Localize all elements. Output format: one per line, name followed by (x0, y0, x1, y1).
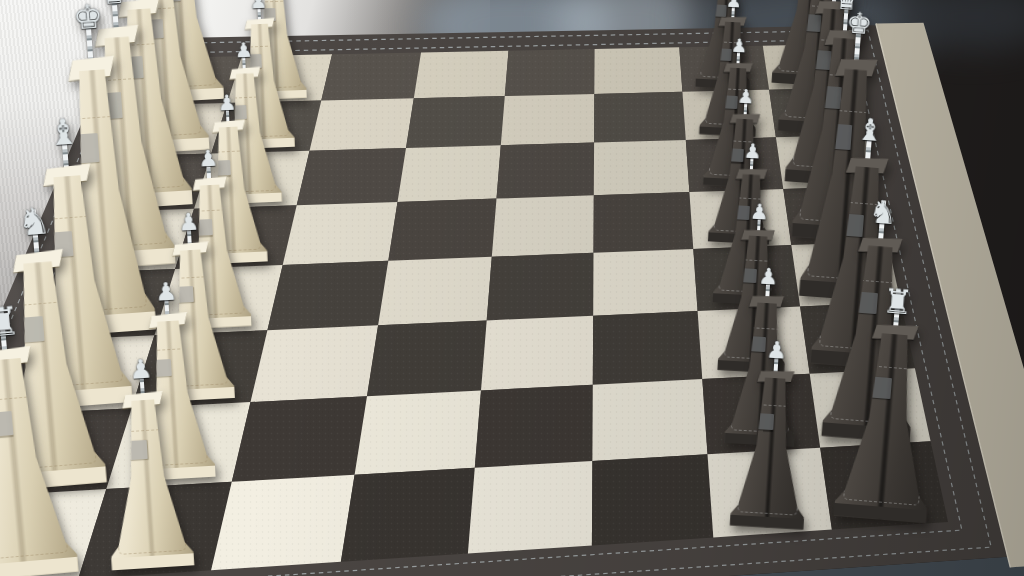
pawn-finial-icon: ♟ (708, 34, 771, 58)
knight-finial-icon: ♞ (0, 196, 90, 248)
king-finial-icon: ♚ (816, 4, 903, 44)
rook-finial-icon: ♜ (847, 279, 948, 326)
rook-finial-icon: ♜ (0, 294, 62, 349)
pawn-finial-icon: ♟ (730, 262, 805, 292)
pawn-finial-icon: ♟ (718, 137, 787, 165)
leather-wedge-body (99, 398, 197, 571)
bishop-finial-icon: ♝ (10, 109, 116, 157)
pawn-finial-icon: ♟ (737, 334, 816, 366)
pawn-finial-icon: ♟ (191, 88, 263, 116)
pawn-finial-icon: ♟ (713, 83, 779, 109)
pawn-finial-icon: ♟ (226, 0, 291, 14)
pawn-finial-icon: ♟ (724, 197, 796, 226)
suede-tag (865, 376, 892, 398)
leather-wedge-body (831, 330, 944, 524)
wedge-stitching (111, 428, 187, 555)
suede-tag (753, 412, 774, 430)
knight-finial-icon: ♞ (835, 189, 931, 233)
piece-black-pawn-h7[interactable]: ♟ (728, 338, 817, 530)
leather-wedge-body (728, 375, 815, 529)
photo-stage: ♜♞♝♛♚♝♞♜♟♟♟♟♟♟♟♟♟♟♟♟♟♟♟♟♜♞♝♛♚♝♞♜ (0, 0, 1024, 576)
pawn-finial-icon: ♟ (124, 275, 208, 309)
pawn-finial-icon: ♟ (96, 351, 185, 386)
pawn-finial-icon: ♟ (171, 144, 246, 174)
piece-white-pawn-h2[interactable]: ♟ (97, 356, 197, 571)
pieces-layer: ♜♞♝♛♚♝♞♜♟♟♟♟♟♟♟♟♟♟♟♟♟♟♟♟♜♞♝♛♚♝♞♜ (0, 0, 1024, 576)
pawn-finial-icon: ♟ (209, 36, 277, 63)
pawn-finial-icon: ♟ (149, 206, 229, 238)
suede-tag (0, 411, 13, 438)
suede-tag (124, 440, 148, 460)
pawn-finial-icon: ♟ (704, 0, 764, 12)
piece-black-rook-h8[interactable]: ♜ (831, 283, 948, 523)
bishop-finial-icon: ♝ (824, 109, 916, 151)
king-finial-icon: ♚ (38, 0, 138, 40)
